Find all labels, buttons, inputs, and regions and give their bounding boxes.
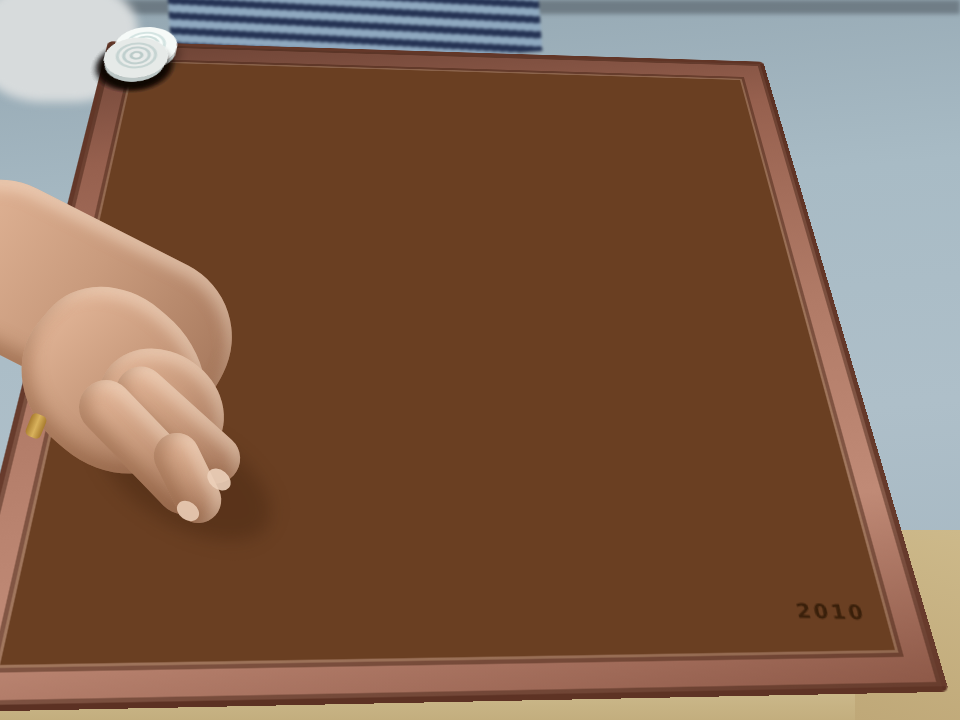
photo-scene: 2010 <box>0 0 960 720</box>
watermark-text: 2010 <box>794 599 910 625</box>
